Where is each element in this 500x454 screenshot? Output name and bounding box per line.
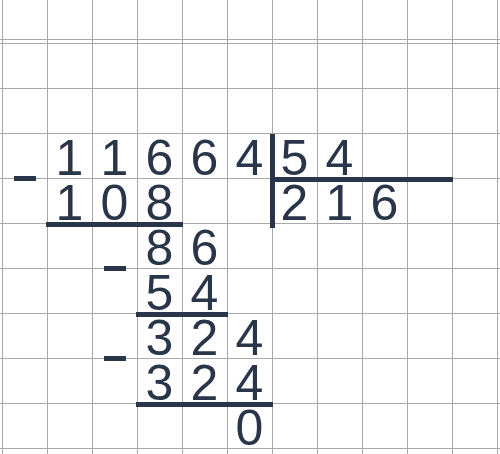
digit-cell: 1 bbox=[47, 135, 92, 180]
subtraction-line-54 bbox=[136, 312, 228, 317]
digit-cell: 1 bbox=[317, 180, 362, 225]
subtraction-line-108 bbox=[46, 222, 183, 227]
digit-cell: 8 bbox=[137, 225, 182, 270]
digit-cell: 6 bbox=[182, 225, 227, 270]
digit-cell: 2 bbox=[272, 180, 317, 225]
digit-cell: 4 bbox=[317, 135, 362, 180]
digit-cell: 2 bbox=[182, 315, 227, 360]
digit-cell: 4 bbox=[227, 360, 272, 405]
digit-cell: 8 bbox=[137, 180, 182, 225]
digit-cell: 5 bbox=[272, 135, 317, 180]
digit-cell: 2 bbox=[182, 360, 227, 405]
minus-sign bbox=[104, 356, 126, 361]
digit-cell: 6 bbox=[362, 180, 407, 225]
digit-cell: 0 bbox=[227, 405, 272, 450]
digit-cell: 0 bbox=[92, 180, 137, 225]
digit-cell: 4 bbox=[182, 270, 227, 315]
digit-cell: 1 bbox=[92, 135, 137, 180]
long-division-worksheet: 116645410821686543243240 bbox=[0, 0, 500, 454]
minus-sign bbox=[14, 176, 36, 181]
digit-cell: 4 bbox=[227, 315, 272, 360]
digit-cell: 6 bbox=[137, 135, 182, 180]
divisor-horizontal-bar bbox=[271, 177, 453, 182]
subtraction-line-324 bbox=[136, 402, 273, 407]
minus-sign bbox=[104, 266, 126, 271]
digit-cell: 5 bbox=[137, 270, 182, 315]
digit-cell: 3 bbox=[137, 315, 182, 360]
digit-cell: 4 bbox=[227, 135, 272, 180]
digit-cell: 3 bbox=[137, 360, 182, 405]
digit-cell: 6 bbox=[182, 135, 227, 180]
digit-cell: 1 bbox=[47, 180, 92, 225]
